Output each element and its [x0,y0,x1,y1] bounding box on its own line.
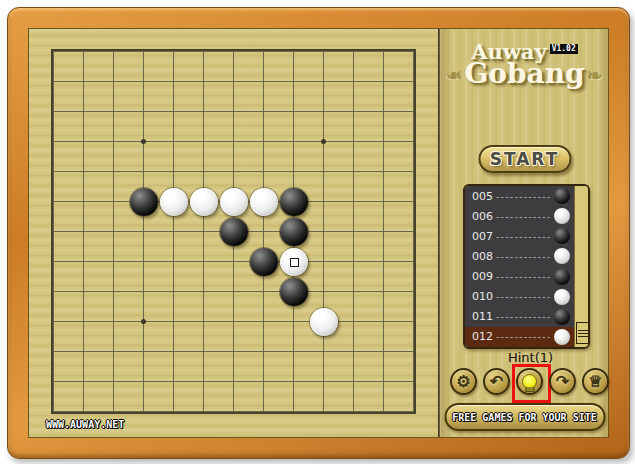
logo-title-line2: ❧Gobang❧ [441,60,608,88]
move-number: 008 [472,250,496,263]
stone-white [280,248,308,276]
move-separator: ------------ [496,191,551,202]
move-number: 009 [472,270,496,283]
rank-button[interactable]: ♕ [582,368,609,395]
stone-black [250,248,278,276]
move-list-widget: 005------------006------------007-------… [463,184,590,349]
star-point [141,319,146,324]
crown-icon: ♕ [588,374,602,390]
move-row[interactable]: 008------------ [465,246,574,266]
move-number: 005 [472,190,496,203]
version-badge: V1.02 [550,44,578,54]
move-row[interactable]: 006------------ [465,206,574,226]
move-row[interactable]: 012------------ [465,327,574,347]
star-point [321,139,326,144]
logo: AuwayV1.02 ❧Gobang❧ [441,41,608,88]
start-button[interactable]: START [478,145,571,173]
flourish-left-icon: ❧ [446,66,462,85]
stone-black [280,218,308,246]
move-separator: ------------ [496,331,551,342]
stone-black [130,188,158,216]
scrollbar-thumb-icon[interactable] [576,322,590,344]
flourish-right-icon: ❧ [587,64,603,86]
wood-frame: WWW.AUWAY.NET AuwayV1.02 ❧Gobang❧ START … [7,7,630,459]
board-area: WWW.AUWAY.NET [29,29,438,437]
content-area: WWW.AUWAY.NET AuwayV1.02 ❧Gobang❧ START … [28,28,609,438]
move-stone-white-icon [554,208,570,224]
redo-arrow-icon: ↷ [556,374,569,390]
gear-icon: ⚙ [456,374,470,390]
move-list-scrollbar[interactable] [574,186,588,347]
move-row[interactable]: 010------------ [465,287,574,307]
move-row[interactable]: 011------------ [465,307,574,327]
move-stone-white-icon [554,289,570,305]
move-separator: ------------ [496,211,551,222]
move-number: 010 [472,290,496,303]
move-stone-black-icon [554,228,570,244]
move-row[interactable]: 007------------ [465,226,574,246]
watermark: WWW.AUWAY.NET [46,419,124,430]
move-number: 007 [472,230,496,243]
move-row[interactable]: 009------------ [465,267,574,287]
move-separator: ------------ [496,251,551,262]
move-separator: ------------ [496,311,551,322]
side-panel: AuwayV1.02 ❧Gobang❧ START 005-----------… [441,29,608,437]
move-separator: ------------ [496,291,551,302]
toolbar: ⚙↶↷♕ [450,368,609,395]
app-window: WWW.AUWAY.NET AuwayV1.02 ❧Gobang❧ START … [0,0,635,464]
last-move-marker-icon [290,258,299,267]
move-stone-white-icon [554,248,570,264]
stone-black [220,218,248,246]
move-stone-black-icon [554,188,570,204]
stone-white [160,188,188,216]
settings-button[interactable]: ⚙ [450,368,477,395]
move-list: 005------------006------------007-------… [465,186,574,347]
star-point [141,139,146,144]
move-number: 012 [472,330,496,343]
free-games-button[interactable]: FREE GAMES FOR YOUR SITE [444,403,605,431]
stone-white [310,308,338,336]
hint-button[interactable] [516,368,543,395]
undo-arrow-icon: ↶ [490,374,503,390]
move-row[interactable]: 005------------ [465,186,574,206]
stone-white [190,188,218,216]
light-bulb-icon [522,374,537,389]
move-stone-black-icon [554,269,570,285]
move-separator: ------------ [496,271,551,282]
stone-white [220,188,248,216]
undo-button[interactable]: ↶ [483,368,510,395]
move-number: 011 [472,310,496,323]
move-stone-black-icon [554,309,570,325]
board-grid[interactable] [53,51,414,412]
redo-button[interactable]: ↷ [549,368,576,395]
stone-black [280,278,308,306]
hint-count-label: Hint(1) [441,350,608,365]
stone-black [280,188,308,216]
stone-white [250,188,278,216]
move-number: 006 [472,210,496,223]
move-separator: ------------ [496,231,551,242]
move-stone-white-icon [554,329,570,345]
